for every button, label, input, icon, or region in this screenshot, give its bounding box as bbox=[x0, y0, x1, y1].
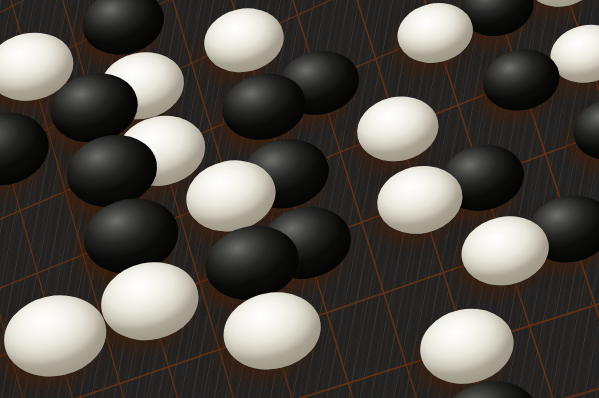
white-stone[interactable] bbox=[0, 286, 114, 386]
white-stone[interactable] bbox=[413, 300, 521, 392]
white-stone[interactable] bbox=[198, 1, 289, 79]
go-board-photo bbox=[0, 0, 599, 398]
white-stone[interactable] bbox=[351, 89, 445, 169]
black-stone[interactable] bbox=[0, 104, 55, 193]
black-stone[interactable] bbox=[568, 92, 599, 167]
